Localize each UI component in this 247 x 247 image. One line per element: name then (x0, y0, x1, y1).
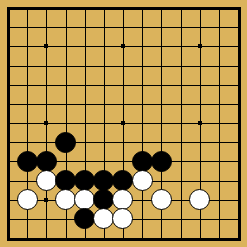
black-stone (55, 132, 76, 153)
intersection (171, 133, 190, 152)
intersection (56, 113, 75, 132)
intersection (190, 171, 209, 190)
intersection (171, 94, 190, 113)
white-stone (17, 189, 38, 210)
intersection (37, 228, 56, 247)
intersection (133, 209, 152, 228)
intersection (37, 94, 56, 113)
intersection (190, 133, 209, 152)
intersection (75, 113, 94, 132)
intersection (113, 133, 132, 152)
intersection (209, 75, 228, 94)
intersection (18, 209, 37, 228)
intersection (113, 56, 132, 75)
intersection (152, 94, 171, 113)
black-stone (36, 151, 57, 172)
intersection (228, 171, 247, 190)
intersection (152, 190, 171, 209)
intersection (0, 152, 18, 171)
black-stone (132, 151, 153, 172)
intersection (75, 94, 94, 113)
intersection (133, 171, 152, 190)
intersection (56, 94, 75, 113)
intersection (37, 56, 56, 75)
intersection (56, 209, 75, 228)
intersection (56, 37, 75, 56)
intersection (152, 37, 171, 56)
intersection (190, 209, 209, 228)
intersection (0, 94, 18, 113)
intersection (0, 18, 18, 37)
intersection (56, 228, 75, 247)
intersection (75, 190, 94, 209)
intersection (75, 56, 94, 75)
intersection (133, 152, 152, 171)
white-stone (74, 189, 95, 210)
intersection (113, 228, 132, 247)
intersection (152, 228, 171, 247)
intersection (171, 56, 190, 75)
intersection (133, 75, 152, 94)
board-grid (0, 0, 247, 247)
intersection (209, 0, 228, 18)
intersection (75, 228, 94, 247)
intersection (171, 209, 190, 228)
intersection (228, 152, 247, 171)
intersection (228, 94, 247, 113)
intersection (94, 171, 113, 190)
intersection (113, 113, 132, 132)
intersection (209, 133, 228, 152)
intersection (209, 37, 228, 56)
intersection (94, 133, 113, 152)
star-point (44, 198, 48, 202)
intersection (94, 94, 113, 113)
go-board (0, 0, 247, 247)
intersection (152, 0, 171, 18)
intersection (133, 0, 152, 18)
intersection (228, 133, 247, 152)
intersection (152, 152, 171, 171)
intersection (56, 56, 75, 75)
intersection (133, 18, 152, 37)
intersection (37, 171, 56, 190)
intersection (75, 171, 94, 190)
intersection (56, 75, 75, 94)
intersection (0, 75, 18, 94)
black-stone (151, 151, 172, 172)
intersection (18, 190, 37, 209)
intersection (18, 133, 37, 152)
intersection (209, 190, 228, 209)
intersection (190, 75, 209, 94)
intersection (37, 0, 56, 18)
intersection (171, 75, 190, 94)
intersection (171, 152, 190, 171)
intersection (18, 228, 37, 247)
intersection (37, 18, 56, 37)
intersection (152, 113, 171, 132)
intersection (75, 0, 94, 18)
intersection (0, 228, 18, 247)
white-stone (112, 208, 133, 229)
intersection (94, 18, 113, 37)
intersection (228, 113, 247, 132)
intersection (228, 37, 247, 56)
intersection (209, 18, 228, 37)
intersection (113, 190, 132, 209)
white-stone (189, 189, 210, 210)
intersection (152, 171, 171, 190)
intersection (133, 113, 152, 132)
black-stone (112, 170, 133, 191)
white-stone (112, 189, 133, 210)
intersection (171, 171, 190, 190)
black-stone (17, 151, 38, 172)
white-stone (132, 170, 153, 191)
intersection (0, 190, 18, 209)
intersection (209, 171, 228, 190)
intersection (209, 56, 228, 75)
intersection (75, 152, 94, 171)
intersection (18, 37, 37, 56)
star-point (121, 44, 125, 48)
intersection (171, 37, 190, 56)
intersection (113, 37, 132, 56)
intersection (228, 190, 247, 209)
intersection (18, 171, 37, 190)
intersection (37, 190, 56, 209)
intersection (94, 152, 113, 171)
intersection (56, 18, 75, 37)
intersection (18, 18, 37, 37)
intersection (171, 190, 190, 209)
intersection (75, 209, 94, 228)
intersection (56, 0, 75, 18)
intersection (171, 113, 190, 132)
black-stone (93, 170, 114, 191)
intersection (190, 152, 209, 171)
intersection (133, 190, 152, 209)
intersection (0, 113, 18, 132)
intersection (94, 228, 113, 247)
intersection (152, 133, 171, 152)
intersection (190, 113, 209, 132)
white-stone (55, 189, 76, 210)
intersection (171, 228, 190, 247)
intersection (37, 113, 56, 132)
intersection (228, 56, 247, 75)
intersection (75, 37, 94, 56)
intersection (113, 152, 132, 171)
intersection (113, 18, 132, 37)
intersection (113, 209, 132, 228)
intersection (18, 0, 37, 18)
intersection (190, 56, 209, 75)
intersection (94, 56, 113, 75)
intersection (133, 94, 152, 113)
intersection (209, 152, 228, 171)
intersection (133, 228, 152, 247)
black-stone (74, 170, 95, 191)
intersection (18, 94, 37, 113)
intersection (113, 75, 132, 94)
star-point (44, 121, 48, 125)
intersection (18, 75, 37, 94)
intersection (152, 18, 171, 37)
intersection (0, 209, 18, 228)
intersection (228, 75, 247, 94)
intersection (94, 209, 113, 228)
intersection (171, 0, 190, 18)
intersection (94, 75, 113, 94)
intersection (0, 56, 18, 75)
intersection (209, 94, 228, 113)
intersection (152, 209, 171, 228)
intersection (190, 94, 209, 113)
intersection (190, 18, 209, 37)
intersection (190, 190, 209, 209)
black-stone (55, 170, 76, 191)
white-stone (36, 170, 57, 191)
intersection (190, 0, 209, 18)
intersection (56, 133, 75, 152)
star-point (198, 121, 202, 125)
black-stone (74, 208, 95, 229)
intersection (190, 228, 209, 247)
star-point (198, 44, 202, 48)
intersection (228, 18, 247, 37)
intersection (75, 75, 94, 94)
star-point (44, 44, 48, 48)
intersection (94, 37, 113, 56)
intersection (0, 37, 18, 56)
intersection (113, 0, 132, 18)
intersection (56, 171, 75, 190)
intersection (37, 133, 56, 152)
intersection (152, 56, 171, 75)
intersection (209, 209, 228, 228)
intersection (133, 56, 152, 75)
intersection (56, 190, 75, 209)
intersection (18, 152, 37, 171)
intersection (113, 94, 132, 113)
intersection (37, 37, 56, 56)
star-point (121, 121, 125, 125)
black-stone (93, 189, 114, 210)
intersection (228, 0, 247, 18)
intersection (56, 152, 75, 171)
intersection (0, 133, 18, 152)
intersection (190, 37, 209, 56)
white-stone (93, 208, 114, 229)
intersection (171, 18, 190, 37)
intersection (113, 171, 132, 190)
intersection (228, 228, 247, 247)
intersection (94, 113, 113, 132)
intersection (94, 0, 113, 18)
intersection (0, 0, 18, 18)
intersection (228, 209, 247, 228)
intersection (75, 18, 94, 37)
intersection (133, 133, 152, 152)
intersection (209, 113, 228, 132)
intersection (18, 113, 37, 132)
intersection (94, 190, 113, 209)
intersection (209, 228, 228, 247)
intersection (152, 75, 171, 94)
intersection (75, 133, 94, 152)
intersection (0, 171, 18, 190)
white-stone (151, 189, 172, 210)
intersection (37, 75, 56, 94)
intersection (133, 37, 152, 56)
intersection (18, 56, 37, 75)
intersection (37, 209, 56, 228)
intersection (37, 152, 56, 171)
